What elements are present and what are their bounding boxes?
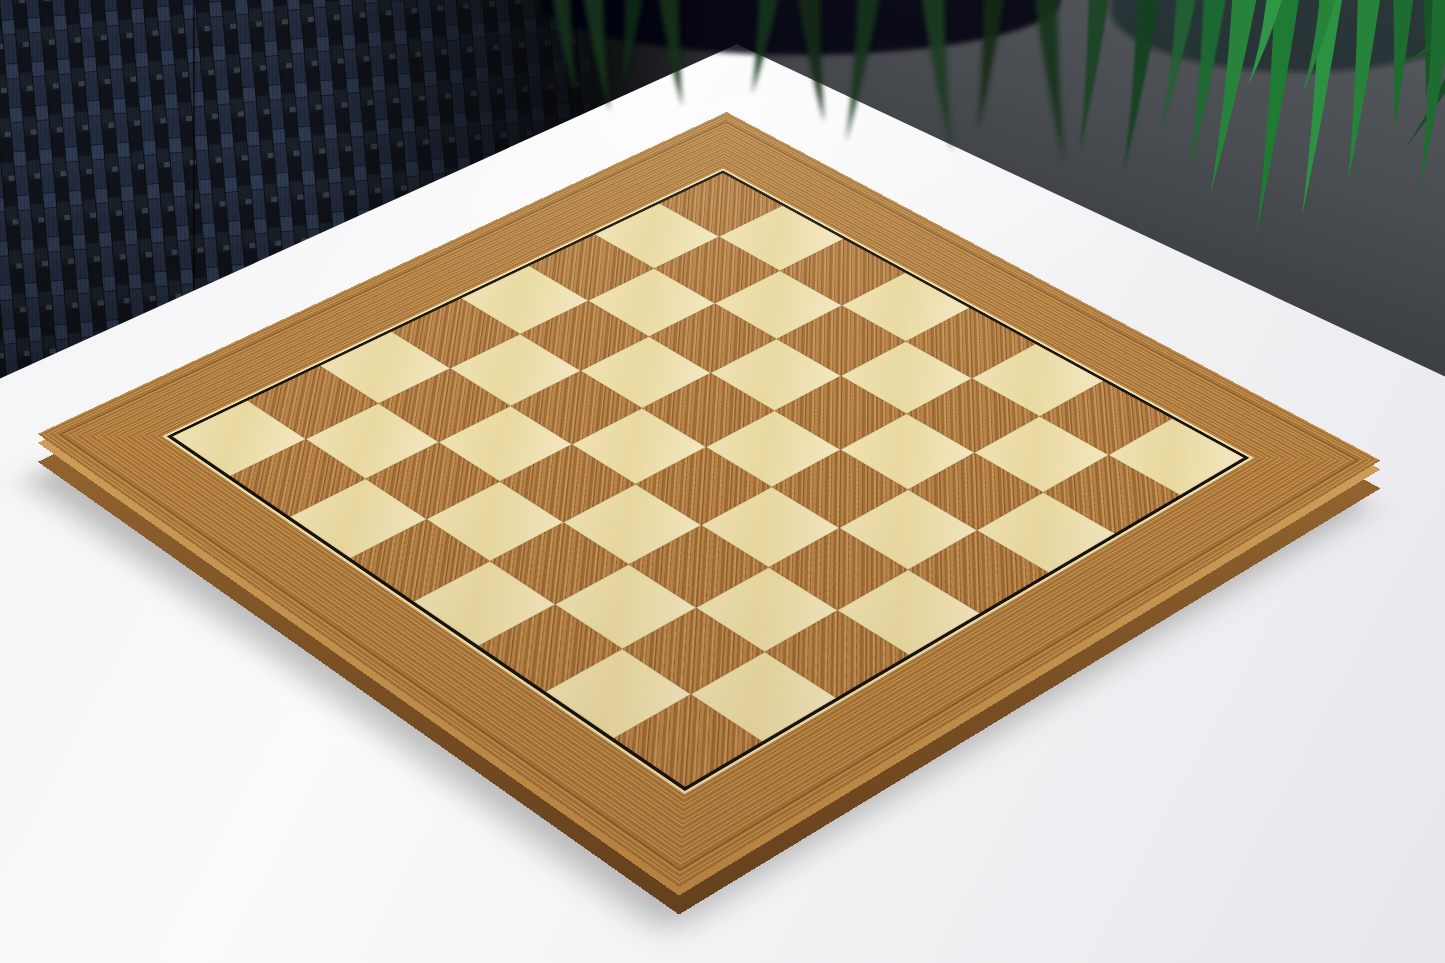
field-pinstripe — [163, 169, 1254, 795]
wall-panel-seam — [193, 0, 195, 330]
board-top-face — [38, 112, 1381, 887]
scene — [0, 0, 1445, 963]
field-boundary-line — [167, 170, 1250, 791]
chessboard — [231, 0, 1181, 922]
